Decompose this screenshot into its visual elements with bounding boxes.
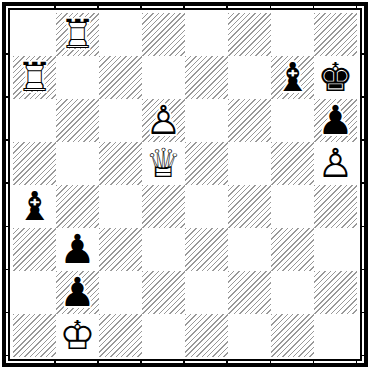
square-b7 (56, 56, 99, 99)
piece-halo: ♜ (56, 13, 99, 56)
square-c3 (99, 228, 142, 271)
square-f3 (228, 228, 271, 271)
square-f4 (228, 185, 271, 228)
square-d2 (142, 271, 185, 314)
square-c2 (99, 271, 142, 314)
square-b2: ♟♟ (56, 271, 99, 314)
piece-black-king-h7: ♚ (314, 56, 357, 99)
square-d8 (142, 13, 185, 56)
piece-black-pawn-h6: ♟ (314, 99, 357, 142)
piece-white-pawn-d6: ♙ (142, 99, 185, 142)
piece-halo: ♟ (142, 99, 185, 142)
square-c7 (99, 56, 142, 99)
piece-black-bishop-a4: ♝ (13, 185, 56, 228)
chess-board: ♜♖♜♖♝♝♚♚♟♙♟♟♛♕♟♙♝♝♟♟♟♟♚♔ (13, 13, 357, 357)
square-a4: ♝♝ (13, 185, 56, 228)
square-g3 (271, 228, 314, 271)
square-a3 (13, 228, 56, 271)
square-h2 (314, 271, 357, 314)
piece-white-king-b1: ♔ (56, 314, 99, 357)
chess-diagram: ♜♖♜♖♝♝♚♚♟♙♟♟♛♕♟♙♝♝♟♟♟♟♚♔ (0, 0, 370, 369)
square-h5: ♟♙ (314, 142, 357, 185)
square-b1: ♚♔ (56, 314, 99, 357)
board-outer-frame: ♜♖♜♖♝♝♚♚♟♙♟♟♛♕♟♙♝♝♟♟♟♟♚♔ (2, 2, 368, 367)
square-e2 (185, 271, 228, 314)
square-a7: ♜♖ (13, 56, 56, 99)
square-h1 (314, 314, 357, 357)
square-c4 (99, 185, 142, 228)
square-f6 (228, 99, 271, 142)
piece-halo: ♟ (56, 271, 99, 314)
square-g2 (271, 271, 314, 314)
square-g7: ♝♝ (271, 56, 314, 99)
piece-halo: ♝ (271, 56, 314, 99)
piece-halo: ♝ (13, 185, 56, 228)
square-f7 (228, 56, 271, 99)
piece-halo: ♛ (142, 142, 185, 185)
square-a5 (13, 142, 56, 185)
piece-halo: ♚ (56, 314, 99, 357)
square-a1 (13, 314, 56, 357)
square-c1 (99, 314, 142, 357)
square-a2 (13, 271, 56, 314)
square-c5 (99, 142, 142, 185)
piece-black-pawn-b3: ♟ (56, 228, 99, 271)
square-d3 (142, 228, 185, 271)
piece-white-pawn-h5: ♙ (314, 142, 357, 185)
square-f8 (228, 13, 271, 56)
frame-tick-marks-bottom (13, 361, 357, 363)
square-f5 (228, 142, 271, 185)
square-h4 (314, 185, 357, 228)
square-b4 (56, 185, 99, 228)
board-inner-frame: ♜♖♜♖♝♝♚♚♟♙♟♟♛♕♟♙♝♝♟♟♟♟♚♔ (8, 8, 362, 361)
square-f1 (228, 314, 271, 357)
square-g5 (271, 142, 314, 185)
piece-black-pawn-b2: ♟ (56, 271, 99, 314)
square-c8 (99, 13, 142, 56)
square-e4 (185, 185, 228, 228)
piece-halo: ♟ (314, 142, 357, 185)
square-e3 (185, 228, 228, 271)
square-c6 (99, 99, 142, 142)
square-b3: ♟♟ (56, 228, 99, 271)
square-h8 (314, 13, 357, 56)
square-h6: ♟♟ (314, 99, 357, 142)
square-e6 (185, 99, 228, 142)
square-a6 (13, 99, 56, 142)
square-g6 (271, 99, 314, 142)
piece-white-rook-b8: ♖ (56, 13, 99, 56)
piece-halo: ♚ (314, 56, 357, 99)
square-e1 (185, 314, 228, 357)
piece-halo: ♟ (314, 99, 357, 142)
piece-halo: ♜ (13, 56, 56, 99)
square-b6 (56, 99, 99, 142)
square-e5 (185, 142, 228, 185)
piece-white-queen-d5: ♕ (142, 142, 185, 185)
frame-tick-marks-right (362, 12, 364, 356)
square-f2 (228, 271, 271, 314)
square-b5 (56, 142, 99, 185)
square-h7: ♚♚ (314, 56, 357, 99)
square-e7 (185, 56, 228, 99)
square-g8 (271, 13, 314, 56)
piece-black-bishop-g7: ♝ (271, 56, 314, 99)
piece-halo: ♟ (56, 228, 99, 271)
square-h3 (314, 228, 357, 271)
square-d6: ♟♙ (142, 99, 185, 142)
square-g4 (271, 185, 314, 228)
square-d4 (142, 185, 185, 228)
square-d1 (142, 314, 185, 357)
square-e8 (185, 13, 228, 56)
square-b8: ♜♖ (56, 13, 99, 56)
square-d7 (142, 56, 185, 99)
square-g1 (271, 314, 314, 357)
square-d5: ♛♕ (142, 142, 185, 185)
square-a8 (13, 13, 56, 56)
piece-white-rook-a7: ♖ (13, 56, 56, 99)
